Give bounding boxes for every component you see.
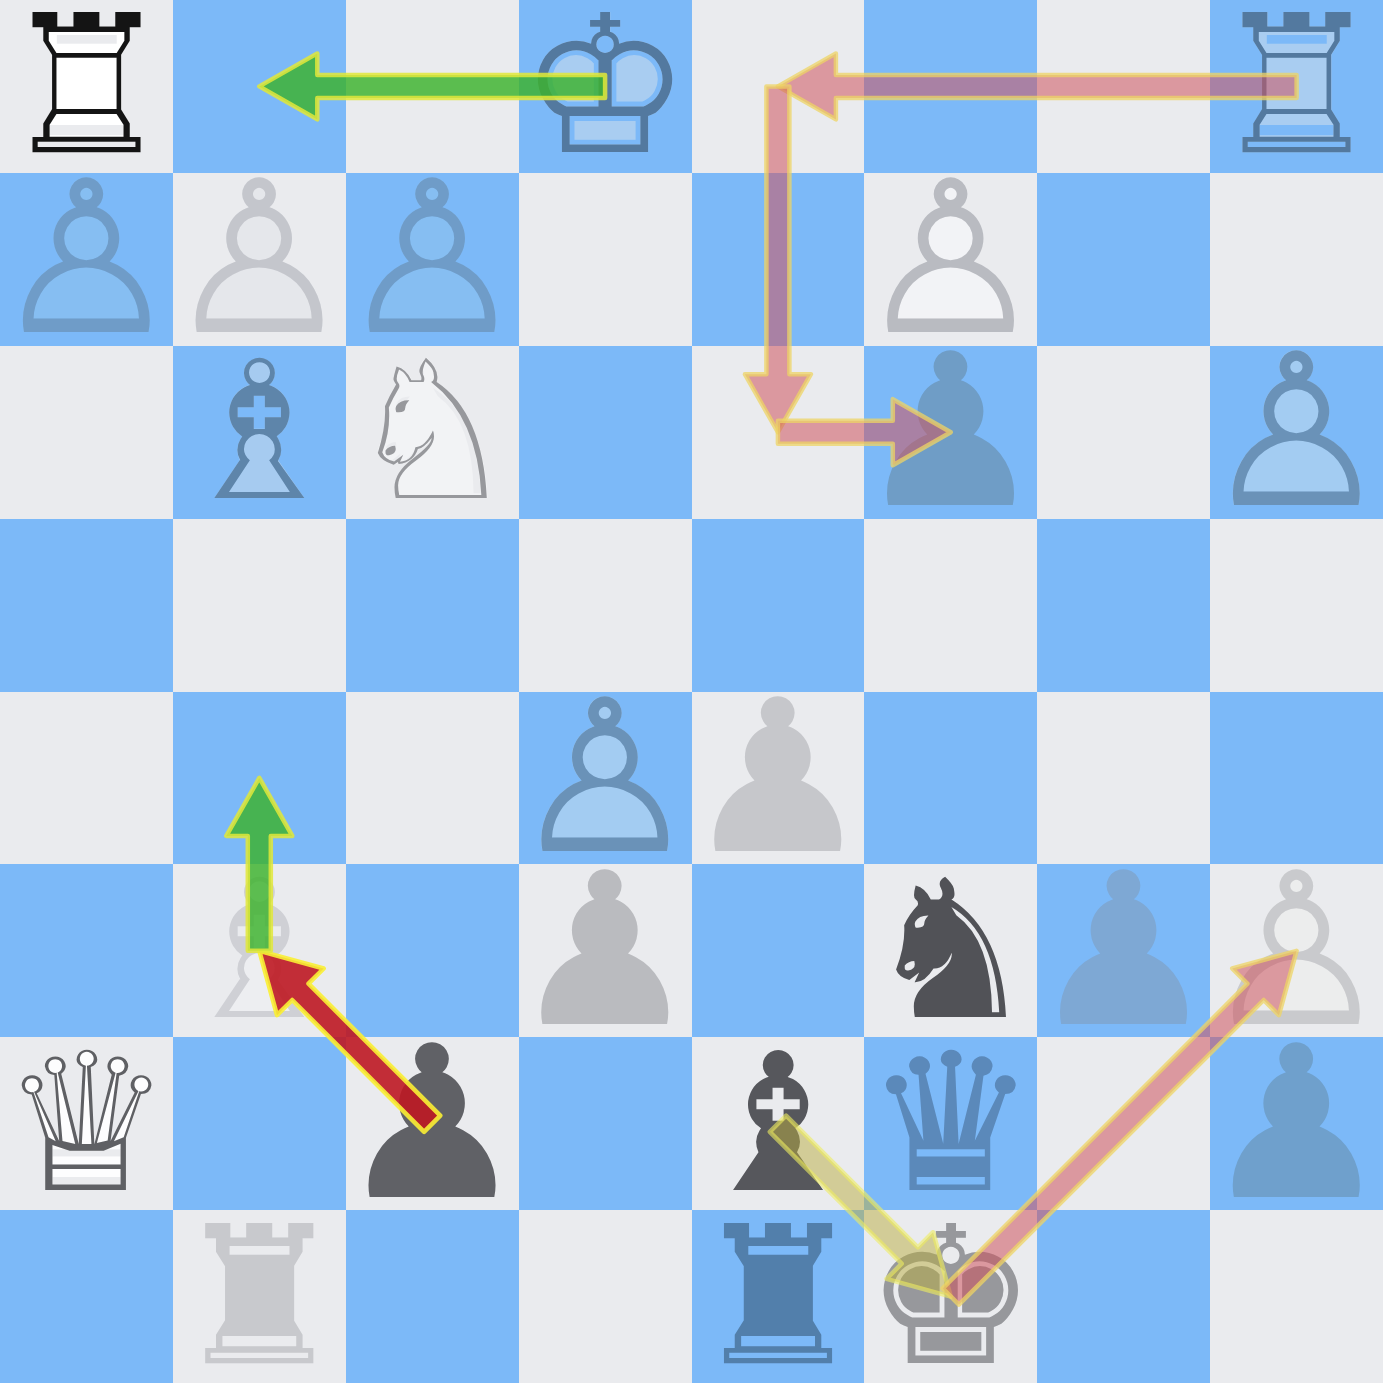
piece-black-n-f3[interactable]: ♞ — [865, 855, 1037, 1047]
square-e8[interactable] — [692, 0, 865, 173]
square-b1[interactable]: ♜ — [173, 1210, 346, 1383]
piece-white-p-c7-fill[interactable]: ♟ — [337, 153, 527, 365]
square-e1[interactable]: ♜ — [692, 1210, 865, 1383]
square-h1[interactable] — [1210, 1210, 1383, 1383]
piece-white-p-h3-outline[interactable]: ♙ — [1202, 845, 1383, 1057]
piece-white-p-f7-outline[interactable]: ♙ — [856, 153, 1046, 365]
square-b8[interactable] — [173, 0, 346, 173]
square-d1[interactable] — [519, 1210, 692, 1383]
piece-white-n-c6-fill[interactable]: ♞ — [346, 336, 518, 528]
square-h8[interactable]: ♜♖ — [1210, 0, 1383, 173]
square-a7[interactable]: ♟♙ — [0, 173, 173, 346]
square-c5[interactable] — [346, 519, 519, 692]
square-d3[interactable]: ♟ — [519, 864, 692, 1037]
square-g7[interactable] — [1037, 173, 1210, 346]
square-c2[interactable]: ♟ — [346, 1037, 519, 1210]
square-h7[interactable] — [1210, 173, 1383, 346]
square-d6[interactable] — [519, 346, 692, 519]
piece-black-p-g3[interactable]: ♟ — [1029, 845, 1219, 1057]
square-f1[interactable]: ♚ — [864, 1210, 1037, 1383]
piece-black-r-e1[interactable]: ♜ — [692, 1201, 864, 1383]
piece-black-p-h2[interactable]: ♟ — [1202, 1018, 1383, 1230]
square-a8[interactable]: ♜♖ — [0, 0, 173, 173]
square-d4[interactable]: ♟♙ — [519, 692, 692, 865]
piece-white-p-b7-outline[interactable]: ♙ — [164, 153, 354, 365]
square-d5[interactable] — [519, 519, 692, 692]
piece-white-p-h6-outline[interactable]: ♙ — [1202, 326, 1383, 538]
square-b4[interactable] — [173, 692, 346, 865]
board-grid: ♜♖♚♔♜♖♟♙♟♙♟♙♟♙♝♗♞♘♟♟♙♟♙♟♝♗♟♞♟♟♙♛♕♟♝♛♟♜♜♚ — [0, 0, 1383, 1383]
piece-black-r-b1[interactable]: ♜ — [173, 1201, 345, 1383]
square-c7[interactable]: ♟♙ — [346, 173, 519, 346]
piece-white-p-b7-fill[interactable]: ♟ — [164, 153, 354, 365]
square-e3[interactable] — [692, 864, 865, 1037]
square-g5[interactable] — [1037, 519, 1210, 692]
square-a5[interactable] — [0, 519, 173, 692]
square-c3[interactable] — [346, 864, 519, 1037]
square-g8[interactable] — [1037, 0, 1210, 173]
square-a4[interactable] — [0, 692, 173, 865]
square-f7[interactable]: ♟♙ — [864, 173, 1037, 346]
square-h6[interactable]: ♟♙ — [1210, 346, 1383, 519]
piece-white-p-h3-fill[interactable]: ♟ — [1202, 845, 1383, 1057]
piece-white-r-a8-outline[interactable]: ♖ — [0, 0, 172, 182]
square-a6[interactable] — [0, 346, 173, 519]
piece-white-p-d4-outline[interactable]: ♙ — [510, 672, 700, 884]
square-a3[interactable] — [0, 864, 173, 1037]
square-g3[interactable]: ♟ — [1037, 864, 1210, 1037]
square-a2[interactable]: ♛♕ — [0, 1037, 173, 1210]
piece-black-q-f2[interactable]: ♛ — [865, 1028, 1037, 1220]
piece-black-b-e2[interactable]: ♝ — [692, 1028, 864, 1220]
square-h5[interactable] — [1210, 519, 1383, 692]
piece-white-b-b6-outline[interactable]: ♗ — [173, 336, 345, 528]
square-f2[interactable]: ♛ — [864, 1037, 1037, 1210]
piece-black-p-e4[interactable]: ♟ — [683, 672, 873, 884]
square-d8[interactable]: ♚♔ — [519, 0, 692, 173]
piece-black-k-f1[interactable]: ♚ — [865, 1201, 1037, 1383]
square-b5[interactable] — [173, 519, 346, 692]
square-c6[interactable]: ♞♘ — [346, 346, 519, 519]
piece-white-b-b6-fill[interactable]: ♝ — [173, 336, 345, 528]
square-e7[interactable] — [692, 173, 865, 346]
piece-white-p-a7-outline[interactable]: ♙ — [0, 153, 181, 365]
piece-black-p-c2[interactable]: ♟ — [337, 1018, 527, 1230]
square-h2[interactable]: ♟ — [1210, 1037, 1383, 1210]
square-c4[interactable] — [346, 692, 519, 865]
square-e4[interactable]: ♟ — [692, 692, 865, 865]
piece-white-p-f7-fill[interactable]: ♟ — [856, 153, 1046, 365]
piece-black-p-d3[interactable]: ♟ — [510, 845, 700, 1057]
piece-white-q-a2-outline[interactable]: ♕ — [0, 1028, 172, 1220]
square-f6[interactable]: ♟ — [864, 346, 1037, 519]
square-c8[interactable] — [346, 0, 519, 173]
chess-board: ♜♖♚♔♜♖♟♙♟♙♟♙♟♙♝♗♞♘♟♟♙♟♙♟♝♗♟♞♟♟♙♛♕♟♝♛♟♜♜♚ — [0, 0, 1383, 1383]
piece-white-r-a8-fill[interactable]: ♜ — [0, 0, 172, 182]
square-e2[interactable]: ♝ — [692, 1037, 865, 1210]
square-g4[interactable] — [1037, 692, 1210, 865]
square-d2[interactable] — [519, 1037, 692, 1210]
square-g6[interactable] — [1037, 346, 1210, 519]
piece-white-p-c7-outline[interactable]: ♙ — [337, 153, 527, 365]
square-f3[interactable]: ♞ — [864, 864, 1037, 1037]
square-f8[interactable] — [864, 0, 1037, 173]
piece-white-q-a2-fill[interactable]: ♛ — [0, 1028, 172, 1220]
square-d7[interactable] — [519, 173, 692, 346]
square-f5[interactable] — [864, 519, 1037, 692]
square-e5[interactable] — [692, 519, 865, 692]
piece-white-p-a7-fill[interactable]: ♟ — [0, 153, 181, 365]
square-h4[interactable] — [1210, 692, 1383, 865]
square-h3[interactable]: ♟♙ — [1210, 864, 1383, 1037]
piece-white-r-h8-outline[interactable]: ♖ — [1211, 0, 1383, 182]
square-b2[interactable] — [173, 1037, 346, 1210]
piece-white-p-d4-fill[interactable]: ♟ — [510, 672, 700, 884]
square-e6[interactable] — [692, 346, 865, 519]
piece-white-b-b3-outline[interactable]: ♗ — [173, 855, 345, 1047]
square-b6[interactable]: ♝♗ — [173, 346, 346, 519]
piece-white-r-h8-fill[interactable]: ♜ — [1211, 0, 1383, 182]
piece-white-p-h6-fill[interactable]: ♟ — [1202, 326, 1383, 538]
square-g1[interactable] — [1037, 1210, 1210, 1383]
square-b3[interactable]: ♝♗ — [173, 864, 346, 1037]
piece-white-k-d8-fill[interactable]: ♚ — [519, 0, 691, 182]
square-b7[interactable]: ♟♙ — [173, 173, 346, 346]
square-f4[interactable] — [864, 692, 1037, 865]
piece-black-p-f6[interactable]: ♟ — [856, 326, 1046, 538]
square-a1[interactable] — [0, 1210, 173, 1383]
piece-white-b-b3-fill[interactable]: ♝ — [173, 855, 345, 1047]
piece-white-n-c6-outline[interactable]: ♘ — [346, 336, 518, 528]
piece-white-k-d8-outline[interactable]: ♔ — [519, 0, 691, 182]
square-g2[interactable] — [1037, 1037, 1210, 1210]
square-c1[interactable] — [346, 1210, 519, 1383]
